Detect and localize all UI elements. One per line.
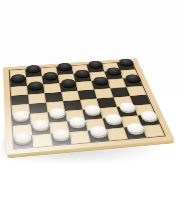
black-man-b6 (28, 81, 43, 90)
white-man-c1 (52, 129, 70, 140)
black-man-h6 (125, 74, 142, 82)
white-man-f2 (104, 114, 122, 124)
white-man-g3 (118, 102, 136, 112)
square-c1 (51, 132, 72, 145)
black-man-f6 (93, 76, 109, 84)
white-man-e1 (89, 126, 108, 137)
square-b5 (28, 93, 46, 104)
white-man-e3 (84, 105, 101, 115)
black-man-f8 (88, 61, 103, 69)
white-man-c3 (49, 108, 66, 118)
board-grid (9, 61, 166, 150)
square-c6 (43, 83, 61, 93)
square-e7 (73, 73, 91, 82)
white-man-a1 (14, 132, 31, 143)
square-f2 (103, 117, 124, 129)
square-a1 (13, 135, 33, 148)
white-man-d2 (69, 116, 87, 127)
black-man-h8 (118, 58, 134, 65)
black-man-d6 (61, 79, 77, 87)
black-man-b8 (26, 65, 40, 73)
black-man-e7 (75, 69, 90, 77)
black-man-g7 (106, 67, 122, 75)
checkers-board (3, 58, 174, 154)
square-e5 (78, 90, 97, 100)
square-a6 (11, 86, 28, 96)
black-man-d8 (57, 63, 72, 71)
white-man-a3 (13, 111, 29, 121)
scene (0, 0, 184, 214)
square-c3 (48, 111, 68, 123)
white-man-b2 (32, 119, 49, 130)
black-man-c7 (43, 72, 58, 80)
white-man-h2 (140, 111, 159, 121)
square-e1 (88, 129, 110, 142)
square-b1 (32, 134, 52, 147)
square-h1 (142, 125, 165, 138)
square-g1 (124, 126, 146, 139)
square-h6 (123, 77, 142, 87)
black-man-a7 (11, 74, 25, 82)
